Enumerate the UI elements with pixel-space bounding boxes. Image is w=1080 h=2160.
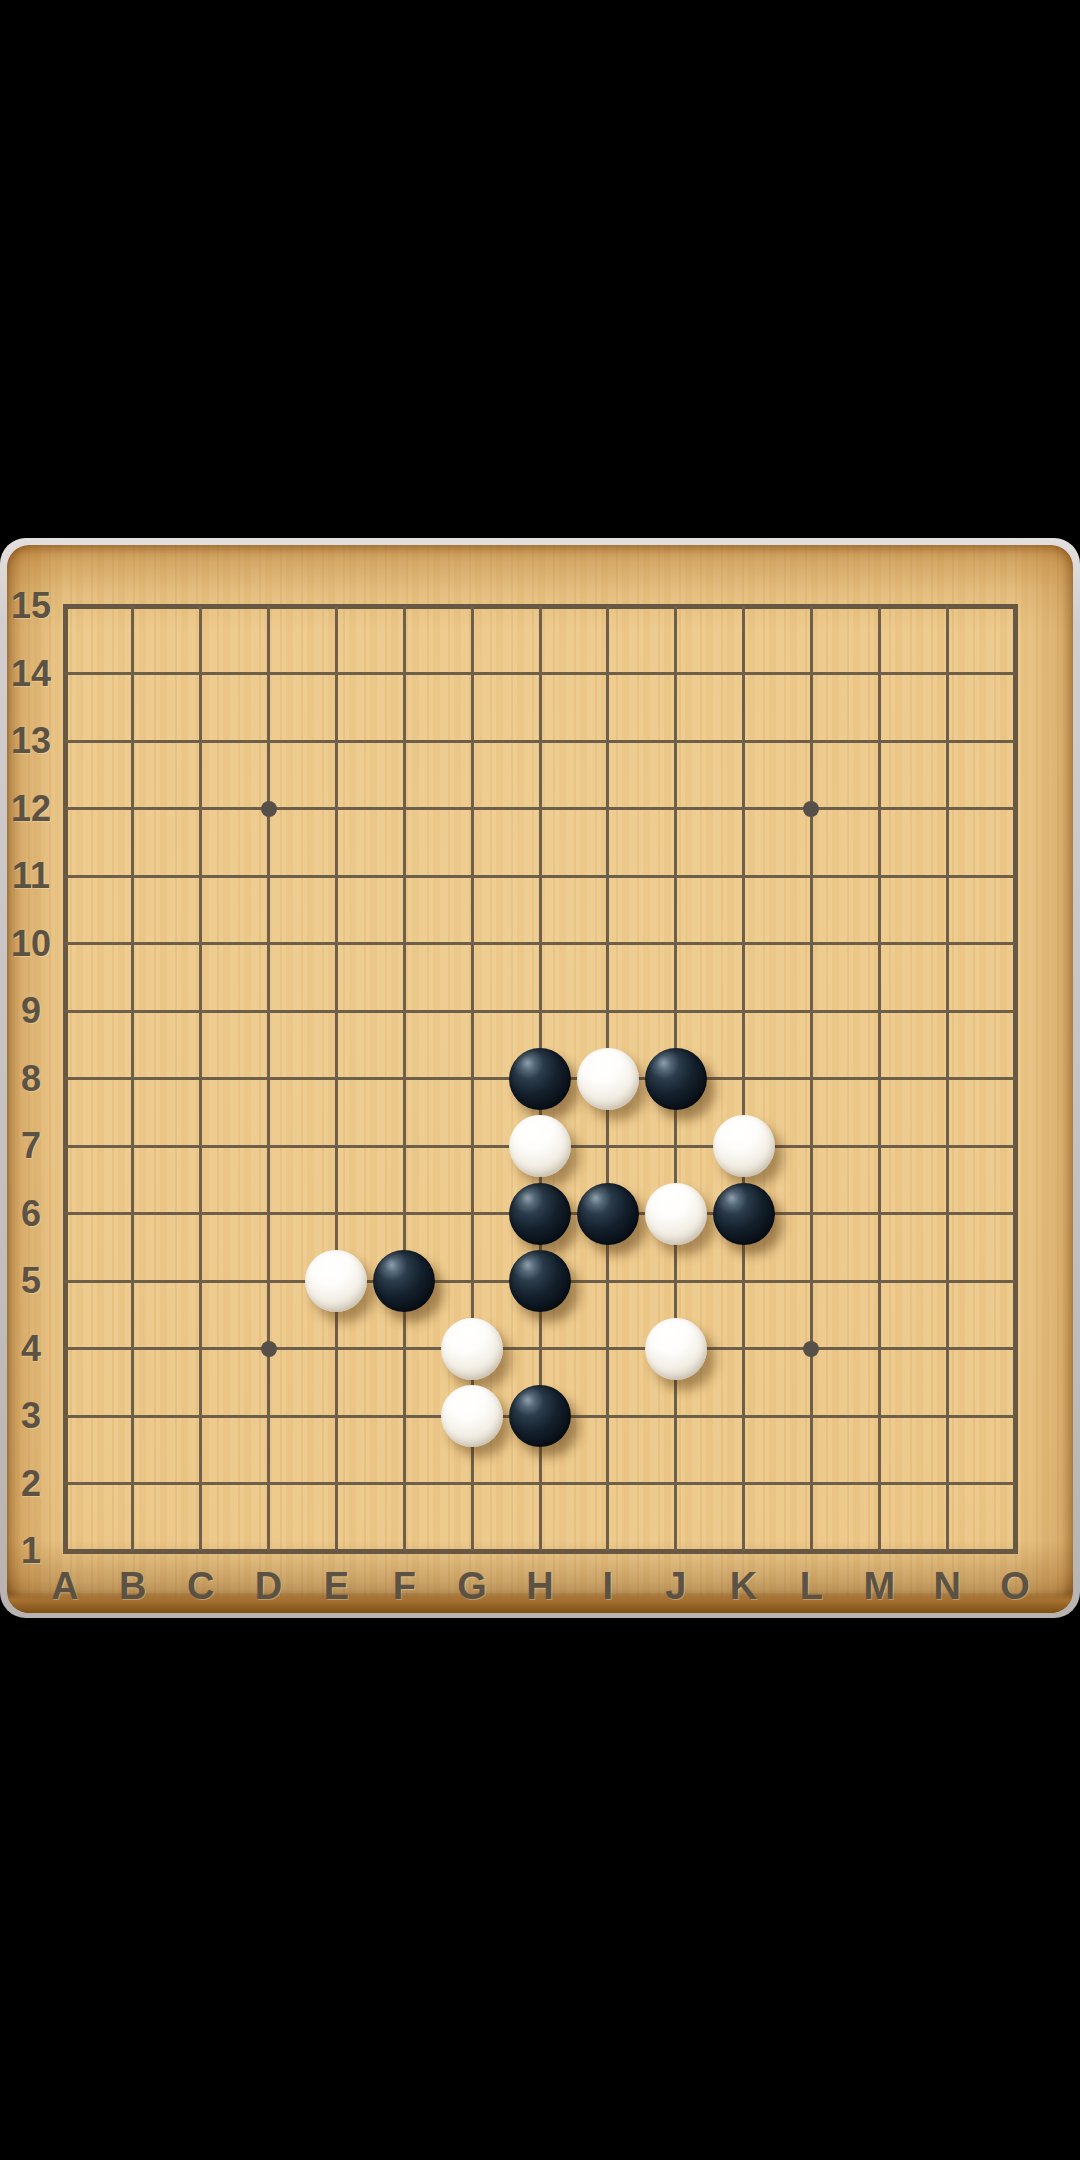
grid-line-vertical	[742, 606, 745, 1551]
black-stone-H8	[509, 1048, 571, 1110]
row-label-15: 15	[11, 585, 51, 627]
column-label-H: H	[526, 1565, 553, 1608]
star-point-L4	[803, 1341, 819, 1357]
column-label-O: O	[1000, 1565, 1030, 1608]
column-label-A: A	[51, 1565, 78, 1608]
row-label-4: 4	[21, 1328, 41, 1370]
row-label-12: 12	[11, 788, 51, 830]
row-label-7: 7	[21, 1125, 41, 1167]
column-label-F: F	[393, 1565, 416, 1608]
row-label-14: 14	[11, 653, 51, 695]
star-point-D12	[261, 801, 277, 817]
white-stone-E5	[305, 1250, 367, 1312]
column-label-G: G	[457, 1565, 487, 1608]
board-grid[interactable]: 151413121110987654321ABCDEFGHIJKLMNO	[0, 538, 1080, 1618]
white-stone-G4	[441, 1318, 503, 1380]
white-stone-H7	[509, 1115, 571, 1177]
star-point-L12	[803, 801, 819, 817]
row-label-6: 6	[21, 1193, 41, 1235]
column-label-L: L	[800, 1565, 823, 1608]
row-label-3: 3	[21, 1395, 41, 1437]
white-stone-I8	[577, 1048, 639, 1110]
white-stone-G3	[441, 1385, 503, 1447]
white-stone-K7	[713, 1115, 775, 1177]
column-label-K: K	[730, 1565, 757, 1608]
column-label-M: M	[863, 1565, 895, 1608]
row-label-11: 11	[12, 855, 50, 897]
black-stone-H5	[509, 1250, 571, 1312]
row-label-1: 1	[21, 1530, 41, 1572]
column-label-D: D	[255, 1565, 282, 1608]
column-label-B: B	[119, 1565, 146, 1608]
black-stone-J8	[645, 1048, 707, 1110]
row-label-10: 10	[11, 923, 51, 965]
row-label-2: 2	[21, 1463, 41, 1505]
black-stone-F5	[373, 1250, 435, 1312]
white-stone-J6	[645, 1183, 707, 1245]
star-point-D4	[261, 1341, 277, 1357]
go-board: 151413121110987654321ABCDEFGHIJKLMNO	[0, 538, 1080, 1618]
column-label-N: N	[933, 1565, 960, 1608]
grid-line-horizontal	[65, 1482, 1015, 1485]
white-stone-J4	[645, 1318, 707, 1380]
row-label-9: 9	[21, 990, 41, 1032]
column-label-C: C	[187, 1565, 214, 1608]
grid-line-vertical	[878, 606, 881, 1551]
grid-line-vertical	[946, 606, 949, 1551]
row-label-8: 8	[21, 1058, 41, 1100]
black-stone-K6	[713, 1183, 775, 1245]
black-stone-H6	[509, 1183, 571, 1245]
black-stone-H3	[509, 1385, 571, 1447]
column-label-J: J	[665, 1565, 686, 1608]
column-label-E: E	[324, 1565, 349, 1608]
grid-line-vertical	[810, 606, 813, 1551]
row-label-5: 5	[21, 1260, 41, 1302]
grid-line-horizontal	[65, 1347, 1015, 1350]
black-stone-I6	[577, 1183, 639, 1245]
column-label-I: I	[603, 1565, 614, 1608]
row-label-13: 13	[11, 720, 51, 762]
